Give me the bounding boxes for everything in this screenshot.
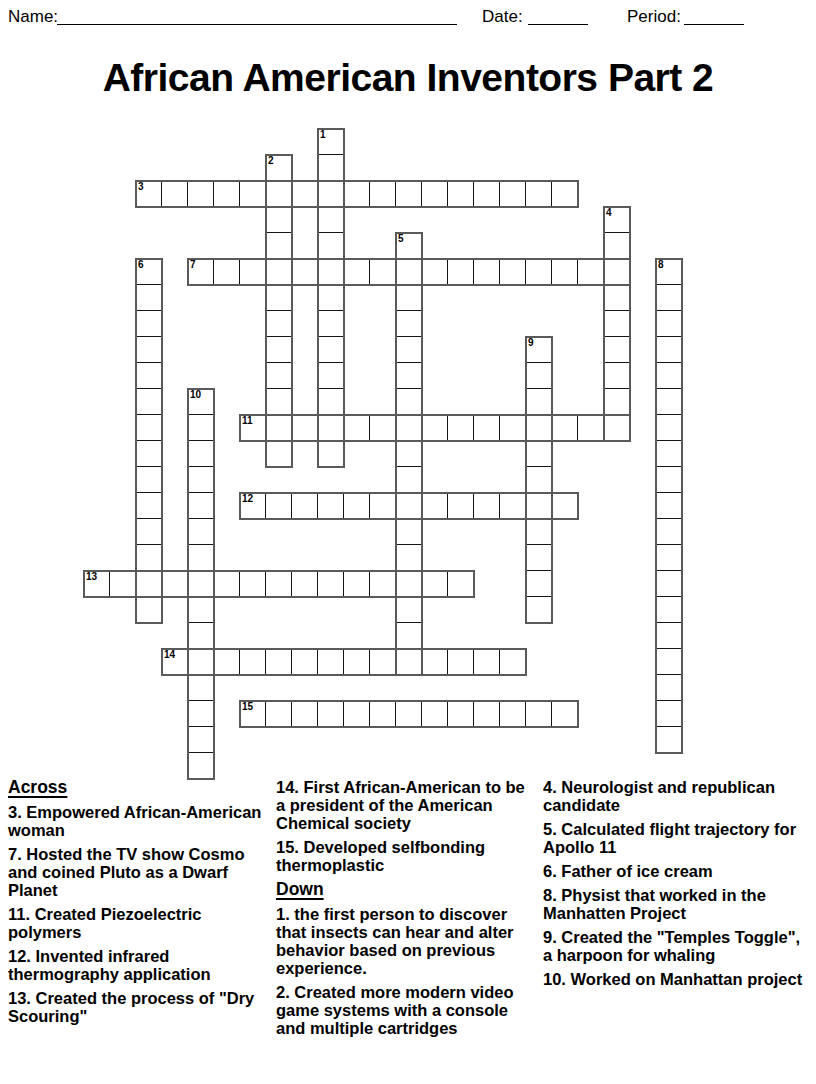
grid-cell-r2c7[interactable] xyxy=(265,180,293,208)
grid-cell-r11c19[interactable] xyxy=(577,414,605,442)
grid-cell-r14c2[interactable] xyxy=(135,492,163,520)
grid-cell-r10c17[interactable] xyxy=(525,388,553,416)
grid-cell-r14c18[interactable] xyxy=(551,492,579,520)
clue-down-9-number: 9. xyxy=(543,928,561,946)
grid-cell-r17c6[interactable] xyxy=(239,570,267,598)
clue-across-3-number: 3. xyxy=(8,803,26,821)
grid-cell-r17c12[interactable] xyxy=(395,570,423,598)
grid-cell-r5c15[interactable] xyxy=(473,258,501,286)
grid-cell-r5c18[interactable] xyxy=(551,258,579,286)
grid-cell-r5c16[interactable] xyxy=(499,258,527,286)
grid-cell-r22c16[interactable] xyxy=(499,700,527,728)
clue-across-13-text: Created the process of "Dry Scouring" xyxy=(8,989,254,1025)
clue-down-8: 8. Physist that worked in the Manhatten … xyxy=(543,886,809,922)
grid-cell-r14c6[interactable] xyxy=(239,492,267,520)
grid-cell-r2c17[interactable] xyxy=(525,180,553,208)
across-header: Across xyxy=(8,778,268,796)
grid-cell-r17c4[interactable] xyxy=(187,570,215,598)
grid-cell-r22c12[interactable] xyxy=(395,700,423,728)
grid-cell-r11c16[interactable] xyxy=(499,414,527,442)
grid-cell-r8c7[interactable] xyxy=(265,336,293,364)
clue-across-13-number: 13. xyxy=(8,989,36,1007)
clue-down-10: 10. Worked on Manhattan project xyxy=(543,970,809,988)
grid-cell-r11c22[interactable] xyxy=(655,414,683,442)
grid-cell-r5c13[interactable] xyxy=(421,258,449,286)
grid-cell-r18c4[interactable] xyxy=(187,596,215,624)
grid-cell-r15c17[interactable] xyxy=(525,518,553,546)
clue-across-11: 11. Created Piezoelectric polymers xyxy=(8,905,268,941)
grid-cell-r13c4[interactable] xyxy=(187,466,215,494)
clue-down-4-text: Neurologist and republican candidate xyxy=(543,778,775,814)
grid-cell-r11c8[interactable] xyxy=(291,414,319,442)
grid-cell-r22c4[interactable] xyxy=(187,700,215,728)
grid-cell-r2c8[interactable] xyxy=(291,180,319,208)
grid-cell-r2c12[interactable] xyxy=(395,180,423,208)
grid-cell-r11c2[interactable] xyxy=(135,414,163,442)
clue-across-13: 13. Created the process of "Dry Scouring… xyxy=(8,989,268,1025)
clue-across-14-number: 14. xyxy=(276,778,304,796)
grid-cell-r2c15[interactable] xyxy=(473,180,501,208)
grid-cell-r11c20[interactable] xyxy=(603,414,631,442)
grid-cell-r1c7[interactable] xyxy=(265,154,293,182)
grid-cell-r11c10[interactable] xyxy=(343,414,371,442)
clue-down-5: 5. Calculated flight trajectory for Apol… xyxy=(543,820,809,856)
grid-cell-r14c15[interactable] xyxy=(473,492,501,520)
grid-cell-r18c12[interactable] xyxy=(395,596,423,624)
clue-across-3: 3. Empowered African-American woman xyxy=(8,803,268,839)
grid-cell-r24c4[interactable] xyxy=(187,752,215,780)
grid-cell-r20c10[interactable] xyxy=(343,648,371,676)
grid-cell-r16c2[interactable] xyxy=(135,544,163,572)
grid-cell-r5c7[interactable] xyxy=(265,258,293,286)
down-header: Down xyxy=(276,880,536,898)
grid-cell-r2c11[interactable] xyxy=(369,180,397,208)
clue-across-7-number: 7. xyxy=(8,845,26,863)
grid-cell-r7c7[interactable] xyxy=(265,310,293,338)
clue-across-12-number: 12. xyxy=(8,947,36,965)
grid-cell-r13c12[interactable] xyxy=(395,466,423,494)
grid-cell-r9c2[interactable] xyxy=(135,362,163,390)
grid-cell-r5c8[interactable] xyxy=(291,258,319,286)
clue-down-6: 6. Father of ice cream xyxy=(543,862,809,880)
grid-cell-r7c20[interactable] xyxy=(603,310,631,338)
grid-cell-r10c4[interactable] xyxy=(187,388,215,416)
clue-down-5-number: 5. xyxy=(543,820,561,838)
clue-down-8-text: Physist that worked in the Manhatten Pro… xyxy=(543,886,766,922)
grid-cell-r18c17[interactable] xyxy=(525,596,553,624)
grid-cell-r22c9[interactable] xyxy=(317,700,345,728)
grid-cell-r10c7[interactable] xyxy=(265,388,293,416)
grid-cell-r17c2[interactable] xyxy=(135,570,163,598)
grid-cell-r15c4[interactable] xyxy=(187,518,215,546)
grid-cell-r14c10[interactable] xyxy=(343,492,371,520)
grid-cell-r20c6[interactable] xyxy=(239,648,267,676)
clue-down-5-text: Calculated flight trajectory for Apollo … xyxy=(543,820,796,856)
grid-cell-r17c3[interactable] xyxy=(161,570,189,598)
grid-cell-r17c5[interactable] xyxy=(213,570,241,598)
grid-cell-r17c8[interactable] xyxy=(291,570,319,598)
grid-cell-r14c4[interactable] xyxy=(187,492,215,520)
clue-down-2-text: Created more modern video game systems w… xyxy=(276,983,514,1037)
grid-cell-r5c5[interactable] xyxy=(213,258,241,286)
grid-cell-r17c17[interactable] xyxy=(525,570,553,598)
grid-cell-r12c12[interactable] xyxy=(395,440,423,468)
clue-down-4-number: 4. xyxy=(543,778,561,796)
clue-across-14: 14. First African-American to be a presi… xyxy=(276,778,536,832)
clue-across-11-number: 11. xyxy=(8,905,35,923)
clue-across-15-text: Developed selfbonding thermoplastic xyxy=(276,838,485,874)
grid-cell-r17c14[interactable] xyxy=(447,570,475,598)
clue-across-15: 15. Developed selfbonding thermoplastic xyxy=(276,838,536,874)
clue-across-15-number: 15. xyxy=(276,838,304,856)
grid-cell-r5c9[interactable] xyxy=(317,258,345,286)
clue-across-12: 12. Invented infrared thermography appli… xyxy=(8,947,268,983)
grid-cell-r5c22[interactable] xyxy=(655,258,683,286)
grid-cell-r22c18[interactable] xyxy=(551,700,579,728)
grid-cell-r14c12[interactable] xyxy=(395,492,423,520)
grid-cell-r11c11[interactable] xyxy=(369,414,397,442)
grid-cell-r22c7[interactable] xyxy=(265,700,293,728)
grid-cell-r4c9[interactable] xyxy=(317,232,345,260)
grid-cell-r11c12[interactable] xyxy=(395,414,423,442)
grid-cell-r9c20[interactable] xyxy=(603,362,631,390)
grid-cell-r17c1[interactable] xyxy=(109,570,137,598)
grid-cell-r20c11[interactable] xyxy=(369,648,397,676)
clue-down-9: 9. Created the "Temples Toggle", a harpo… xyxy=(543,928,809,964)
grid-cell-r11c15[interactable] xyxy=(473,414,501,442)
name-label: Name: xyxy=(8,7,58,27)
grid-cell-r21c22[interactable] xyxy=(655,674,683,702)
grid-cell-r11c14[interactable] xyxy=(447,414,475,442)
clue-down-6-number: 6. xyxy=(543,862,561,880)
grid-cell-r3c9[interactable] xyxy=(317,206,345,234)
grid-cell-r2c9[interactable] xyxy=(317,180,345,208)
clue-down-4: 4. Neurologist and republican candidate xyxy=(543,778,809,814)
grid-cell-r10c12[interactable] xyxy=(395,388,423,416)
clue-column-2: 14. First African-American to be a presi… xyxy=(276,778,536,1043)
grid-cell-r12c2[interactable] xyxy=(135,440,163,468)
clue-down-2: 2. Created more modern video game system… xyxy=(276,983,536,1037)
grid-cell-r17c10[interactable] xyxy=(343,570,371,598)
clue-down-1-text: the first person to discover that insect… xyxy=(276,905,514,977)
grid-cell-r2c6[interactable] xyxy=(239,180,267,208)
grid-cell-r11c4[interactable] xyxy=(187,414,215,442)
grid-cell-r5c14[interactable] xyxy=(447,258,475,286)
grid-cell-r5c12[interactable] xyxy=(395,258,423,286)
grid-cell-r14c17[interactable] xyxy=(525,492,553,520)
grid-cell-r8c17[interactable] xyxy=(525,336,553,364)
grid-cell-r15c12[interactable] xyxy=(395,518,423,546)
grid-cell-r14c14[interactable] xyxy=(447,492,475,520)
crossword-grid: 123456789101112131415 xyxy=(84,129,682,779)
grid-cell-r6c7[interactable] xyxy=(265,284,293,312)
grid-cell-r22c17[interactable] xyxy=(525,700,553,728)
grid-cell-r5c10[interactable] xyxy=(343,258,371,286)
grid-cell-r7c22[interactable] xyxy=(655,310,683,338)
grid-cell-r11c17[interactable] xyxy=(525,414,553,442)
grid-cell-r22c22[interactable] xyxy=(655,700,683,728)
grid-cell-r11c7[interactable] xyxy=(265,414,293,442)
grid-cell-r16c12[interactable] xyxy=(395,544,423,572)
grid-cell-r13c2[interactable] xyxy=(135,466,163,494)
clue-down-6-text: Father of ice cream xyxy=(561,862,712,880)
grid-cell-r20c13[interactable] xyxy=(421,648,449,676)
grid-cell-r19c4[interactable] xyxy=(187,622,215,650)
grid-cell-r1c9[interactable] xyxy=(317,154,345,182)
clue-across-3-text: Empowered African-American woman xyxy=(8,803,261,839)
grid-cell-r2c14[interactable] xyxy=(447,180,475,208)
grid-cell-r8c9[interactable] xyxy=(317,336,345,364)
grid-cell-r9c17[interactable] xyxy=(525,362,553,390)
grid-cell-r15c2[interactable] xyxy=(135,518,163,546)
grid-cell-r22c13[interactable] xyxy=(421,700,449,728)
grid-cell-r5c11[interactable] xyxy=(369,258,397,286)
grid-cell-r17c0[interactable] xyxy=(83,570,111,598)
clue-down-9-text: Created the "Temples Toggle", a harpoon … xyxy=(543,928,800,964)
grid-cell-r5c4[interactable] xyxy=(187,258,215,286)
grid-cell-r4c12[interactable] xyxy=(395,232,423,260)
grid-cell-r8c20[interactable] xyxy=(603,336,631,364)
grid-cell-r9c9[interactable] xyxy=(317,362,345,390)
grid-cell-r6c20[interactable] xyxy=(603,284,631,312)
grid-cell-r8c12[interactable] xyxy=(395,336,423,364)
grid-cell-r14c11[interactable] xyxy=(369,492,397,520)
grid-cell-r12c17[interactable] xyxy=(525,440,553,468)
grid-cell-r2c13[interactable] xyxy=(421,180,449,208)
grid-cell-r15c22[interactable] xyxy=(655,518,683,546)
grid-cell-r5c6[interactable] xyxy=(239,258,267,286)
clue-column-3: 4. Neurologist and republican candidate5… xyxy=(543,778,809,994)
grid-cell-r14c16[interactable] xyxy=(499,492,527,520)
grid-cell-r4c7[interactable] xyxy=(265,232,293,260)
grid-cell-r2c10[interactable] xyxy=(343,180,371,208)
grid-cell-r22c14[interactable] xyxy=(447,700,475,728)
grid-cell-r3c20[interactable] xyxy=(603,206,631,234)
period-label: Period: xyxy=(627,7,681,27)
clue-across-7: 7. Hosted the TV show Cosmo and coined P… xyxy=(8,845,268,899)
grid-cell-r18c2[interactable] xyxy=(135,596,163,624)
grid-cell-r20c16[interactable] xyxy=(499,648,527,676)
clue-down-2-number: 2. xyxy=(276,983,294,1001)
grid-cell-r2c16[interactable] xyxy=(499,180,527,208)
grid-cell-r8c22[interactable] xyxy=(655,336,683,364)
grid-cell-r7c9[interactable] xyxy=(317,310,345,338)
grid-cell-r0c9[interactable] xyxy=(317,128,345,156)
clue-across-12-text: Invented infrared thermography applicati… xyxy=(8,947,211,983)
grid-cell-r22c8[interactable] xyxy=(291,700,319,728)
grid-cell-r10c20[interactable] xyxy=(603,388,631,416)
grid-cell-r5c20[interactable] xyxy=(603,258,631,286)
grid-cell-r22c15[interactable] xyxy=(473,700,501,728)
grid-cell-r20c7[interactable] xyxy=(265,648,293,676)
grid-cell-r20c22[interactable] xyxy=(655,648,683,676)
grid-cell-r11c6[interactable] xyxy=(239,414,267,442)
grid-cell-r14c22[interactable] xyxy=(655,492,683,520)
grid-cell-r14c9[interactable] xyxy=(317,492,345,520)
grid-cell-r17c22[interactable] xyxy=(655,570,683,598)
grid-cell-r10c2[interactable] xyxy=(135,388,163,416)
clue-down-1-number: 1. xyxy=(276,905,294,923)
grid-cell-r17c11[interactable] xyxy=(369,570,397,598)
grid-cell-r4c20[interactable] xyxy=(603,232,631,260)
grid-cell-r19c12[interactable] xyxy=(395,622,423,650)
grid-cell-r9c12[interactable] xyxy=(395,362,423,390)
grid-cell-r22c11[interactable] xyxy=(369,700,397,728)
clue-down-8-number: 8. xyxy=(543,886,561,904)
grid-cell-r7c12[interactable] xyxy=(395,310,423,338)
grid-cell-r5c2[interactable] xyxy=(135,258,163,286)
grid-cell-r6c2[interactable] xyxy=(135,284,163,312)
grid-cell-r16c22[interactable] xyxy=(655,544,683,572)
grid-cell-r13c22[interactable] xyxy=(655,466,683,494)
grid-cell-r22c6[interactable] xyxy=(239,700,267,728)
grid-cell-r12c7[interactable] xyxy=(265,440,293,468)
clue-column-1: Across 3. Empowered African-American wom… xyxy=(8,778,268,1031)
period-fill-line[interactable] xyxy=(684,6,744,25)
grid-cell-r6c9[interactable] xyxy=(317,284,345,312)
grid-cell-r3c7[interactable] xyxy=(265,206,293,234)
date-fill-line[interactable] xyxy=(528,6,588,25)
grid-cell-r20c9[interactable] xyxy=(317,648,345,676)
grid-cell-r20c4[interactable] xyxy=(187,648,215,676)
page-title: African American Inventors Part 2 xyxy=(0,56,816,100)
grid-cell-r9c7[interactable] xyxy=(265,362,293,390)
grid-cell-r20c14[interactable] xyxy=(447,648,475,676)
grid-cell-r11c9[interactable] xyxy=(317,414,345,442)
grid-cell-r6c22[interactable] xyxy=(655,284,683,312)
grid-cell-r20c8[interactable] xyxy=(291,648,319,676)
grid-cell-r23c22[interactable] xyxy=(655,726,683,754)
grid-cell-r5c19[interactable] xyxy=(577,258,605,286)
grid-cell-r16c4[interactable] xyxy=(187,544,215,572)
grid-cell-r20c12[interactable] xyxy=(395,648,423,676)
grid-cell-r20c5[interactable] xyxy=(213,648,241,676)
clue-down-10-text: Worked on Manhattan project xyxy=(571,970,803,988)
grid-cell-r7c2[interactable] xyxy=(135,310,163,338)
grid-cell-r6c12[interactable] xyxy=(395,284,423,312)
grid-cell-r2c18[interactable] xyxy=(551,180,579,208)
grid-cell-r8c2[interactable] xyxy=(135,336,163,364)
clue-down-10-number: 10. xyxy=(543,970,571,988)
date-label: Date: xyxy=(482,7,523,27)
grid-cell-r23c4[interactable] xyxy=(187,726,215,754)
grid-cell-r12c22[interactable] xyxy=(655,440,683,468)
clue-across-7-text: Hosted the TV show Cosmo and coined Plut… xyxy=(8,845,245,899)
grid-cell-r2c5[interactable] xyxy=(213,180,241,208)
grid-cell-r2c2[interactable] xyxy=(135,180,163,208)
grid-cell-r14c8[interactable] xyxy=(291,492,319,520)
grid-cell-r17c13[interactable] xyxy=(421,570,449,598)
grid-cell-r2c4[interactable] xyxy=(187,180,215,208)
grid-cell-r17c9[interactable] xyxy=(317,570,345,598)
grid-cell-r10c22[interactable] xyxy=(655,388,683,416)
grid-cell-r16c17[interactable] xyxy=(525,544,553,572)
worksheet-page: Name: Date: Period: African American Inv… xyxy=(0,0,816,1084)
grid-cell-r14c7[interactable] xyxy=(265,492,293,520)
grid-cell-r19c22[interactable] xyxy=(655,622,683,650)
grid-cell-r2c3[interactable] xyxy=(161,180,189,208)
grid-cell-r22c10[interactable] xyxy=(343,700,371,728)
grid-cell-r11c13[interactable] xyxy=(421,414,449,442)
grid-cell-r5c17[interactable] xyxy=(525,258,553,286)
clue-across-14-text: First African-American to be a president… xyxy=(276,778,525,832)
grid-cell-r14c13[interactable] xyxy=(421,492,449,520)
grid-cell-r12c4[interactable] xyxy=(187,440,215,468)
grid-cell-r18c22[interactable] xyxy=(655,596,683,624)
grid-cell-r10c9[interactable] xyxy=(317,388,345,416)
grid-cell-r11c18[interactable] xyxy=(551,414,579,442)
clue-across-11-text: Created Piezoelectric polymers xyxy=(8,905,202,941)
grid-cell-r20c15[interactable] xyxy=(473,648,501,676)
clue-down-1: 1. the first person to discover that ins… xyxy=(276,905,536,977)
grid-cell-r21c4[interactable] xyxy=(187,674,215,702)
grid-cell-r20c3[interactable] xyxy=(161,648,189,676)
grid-cell-r17c7[interactable] xyxy=(265,570,293,598)
grid-cell-r9c22[interactable] xyxy=(655,362,683,390)
grid-cell-r12c9[interactable] xyxy=(317,440,345,468)
grid-cell-r13c17[interactable] xyxy=(525,466,553,494)
name-fill-line[interactable] xyxy=(57,6,457,25)
